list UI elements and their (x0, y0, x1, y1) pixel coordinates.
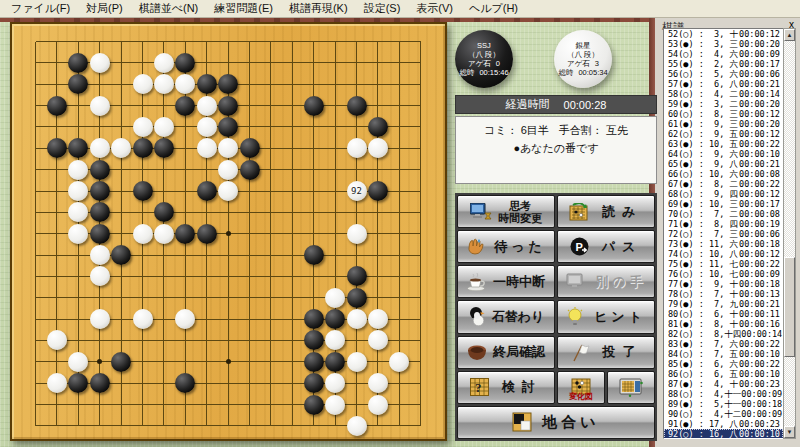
menu-bar: ファイル(F)対局(P)棋譜並べ(N)練習問題(E)棋譜再現(K)設定(S)表示… (0, 0, 800, 18)
white-stone (197, 117, 217, 137)
app-window: ファイル(F)対局(P)棋譜並べ(N)練習問題(E)棋譜再現(K)設定(S)表示… (0, 0, 800, 447)
kifu-move-time: 00:00:18 (739, 279, 780, 289)
kifu-row-92[interactable]: 92(○) : 16, 八00:00:10 (664, 429, 783, 439)
white-stone (347, 352, 367, 372)
lightbulb-icon (566, 307, 584, 326)
alternative-move-label: 別の手 (595, 273, 646, 291)
white-time-label: 総時 (558, 68, 573, 77)
pass-button-label: パス (602, 238, 643, 256)
kifu-row-72[interactable]: 72(○) : 7, 三00:00:06 (664, 229, 783, 239)
kifu-move-text: 64(○) : 9, 六 (668, 149, 738, 159)
kifu-move-text: 67(●) : 8, 二 (668, 179, 738, 189)
coffee-cup-icon (467, 273, 487, 291)
kifu-row-89[interactable]: 89(●) : 5,十一00:00:18 (664, 399, 783, 409)
stone-swap-label: 石替わり (492, 308, 545, 326)
kifu-row-70[interactable]: 70(○) : 7, 二00:00:08 (664, 209, 783, 219)
elapsed-value: 00:00:28 (564, 99, 607, 111)
kifu-row-64[interactable]: 64(○) : 9, 六00:00:10 (664, 149, 783, 159)
kifu-move-time: 00:00:19 (739, 219, 780, 229)
undo-button[interactable]: 待った (457, 230, 555, 263)
kifu-move-text: 55(●) : 2, 六 (668, 59, 738, 69)
menu-item-4[interactable]: 棋譜再現(K) (282, 0, 355, 17)
kifu-move-time: 00:00:10 (739, 369, 780, 379)
resign-button[interactable]: 投了 (557, 336, 655, 369)
kifu-move-time: 00:00:17 (739, 199, 780, 209)
kifu-move-text: 65(●) : 9, 八 (668, 159, 738, 169)
kifu-move-text: 92(○) : 16, 八 (668, 429, 738, 439)
kifu-move-time: 00:00:06 (739, 69, 780, 79)
menu-item-5[interactable]: 設定(S) (357, 0, 408, 17)
kifu-move-text: 71(●) : 8, 四 (668, 219, 738, 229)
black-stone (304, 373, 324, 393)
kifu-move-text: 91(●) : 17, 八 (668, 419, 738, 429)
white-stone (368, 395, 388, 415)
kifu-move-time: 00:00:06 (739, 229, 780, 239)
kifu-row-69[interactable]: 69(●) : 10, 三00:00:17 (664, 199, 783, 209)
stone-swap-button[interactable]: 石替わり (457, 300, 555, 333)
menu-item-1[interactable]: 対局(P) (79, 0, 130, 17)
black-stone (175, 53, 195, 73)
black-stone (90, 181, 110, 201)
scroll-down-icon[interactable]: ▼ (784, 426, 795, 438)
monitor-gray-icon (565, 273, 585, 290)
svg-text:P: P (575, 241, 582, 253)
black-stone (304, 245, 324, 265)
black-stone (197, 181, 217, 201)
white-stone (347, 309, 367, 329)
kifu-move-time: 00:00:10 (739, 149, 780, 159)
white-stone (325, 395, 345, 415)
kifu-row-56[interactable]: 56(○) : 5, 六00:00:06 (664, 69, 783, 79)
black-stone (325, 309, 345, 329)
kifu-move-text: 66(○) : 10, 六 (668, 169, 738, 179)
kifu-row-80[interactable]: 80(○) : 6, 十00:00:11 (664, 309, 783, 319)
white-stone (197, 138, 217, 158)
white-player-rank: （八 段） (567, 50, 599, 59)
kifu-move-time: 00:00:14 (739, 89, 780, 99)
kifu-row-79[interactable]: 79(●) : 7, 九00:00:21 (664, 299, 783, 309)
territory-icon (512, 412, 532, 432)
black-player-rank: （八 段） (468, 50, 500, 59)
hand-icon (466, 238, 484, 256)
kifu-move-time: 00:00:23 (739, 379, 780, 389)
star-point (97, 359, 102, 364)
white-stone (175, 74, 195, 94)
kifu-row-60[interactable]: 60(○) : 8, 三00:00:12 (664, 109, 783, 119)
kifu-row-53[interactable]: 53(●) : 3, 三00:00:20 (664, 39, 783, 49)
monitor-hourglass-icon (470, 203, 492, 221)
kifu-move-text: 80(○) : 6, 十 (668, 309, 738, 319)
white-stone (347, 416, 367, 436)
penguin-stones-icon (468, 307, 486, 326)
think-time-label-2: 時間変更 (498, 212, 542, 224)
kifu-move-text: 59(●) : 3, 二 (668, 99, 738, 109)
kifu-row-54[interactable]: 54(○) : 4, 六00:00:09 (664, 49, 783, 59)
kifu-row-88[interactable]: 88(○) : 4,十一00:00:09 (664, 389, 783, 399)
kifu-row-58[interactable]: 58(○) : 4, 二00:00:14 (664, 89, 783, 99)
kifu-row-59[interactable]: 59(●) : 3, 二00:00:20 (664, 99, 783, 109)
white-stone (154, 117, 174, 137)
white-stone (68, 160, 88, 180)
white-stone (90, 309, 110, 329)
kifu-move-time: 00:00:09 (739, 49, 780, 59)
grid-line (292, 42, 293, 426)
white-stone (47, 330, 67, 350)
kifu-move-text: 74(○) : 10, 八 (668, 249, 738, 259)
white-stone (368, 373, 388, 393)
black-player-name: SSJ (477, 41, 491, 50)
kifu-move-text: 83(●) : 7, 六 (668, 339, 738, 349)
white-stone (389, 352, 409, 372)
kifu-move-text: 62(○) : 9, 五 (668, 129, 738, 139)
pause-button-label: 一時中断 (493, 273, 545, 291)
kifu-move-time: 00:00:21 (739, 299, 780, 309)
grid-line (36, 340, 421, 341)
kifu-row-68[interactable]: 68(○) : 9, 四00:00:12 (664, 189, 783, 199)
handicap-value: 互先 (606, 124, 628, 136)
black-stone (90, 160, 110, 180)
kifu-move-time: 00:00:13 (739, 289, 780, 299)
black-stone (47, 96, 67, 116)
kifu-move-text: 72(○) : 7, 三 (668, 229, 738, 239)
black-stone (240, 160, 260, 180)
alternative-move-button: 別の手 (557, 265, 655, 298)
kifu-move-text: 73(●) : 11, 六 (668, 239, 738, 249)
grid-line (249, 42, 250, 426)
variation-diagram-button[interactable]: 変化図 (557, 371, 605, 404)
end-game-confirm-label: 終局確認 (493, 343, 545, 361)
white-stone (133, 224, 153, 244)
kifu-move-time: 00:00:12 (739, 189, 780, 199)
black-time-value: 00:15:46 (479, 68, 508, 77)
kifu-move-time: 00:00:22 (739, 359, 780, 369)
black-stone (133, 181, 153, 201)
game-info-panel: コミ： 6目半 手合割： 互先 ●あなたの番です (455, 116, 657, 184)
kifu-move-text: 75(●) : 11, 七 (668, 259, 738, 269)
kifu-row-85[interactable]: 85(●) : 6, 六00:00:22 (664, 359, 783, 369)
kifu-move-text: 56(○) : 5, 六 (668, 69, 738, 79)
kifu-row-71[interactable]: 71(●) : 8, 四00:00:19 (664, 219, 783, 229)
white-stone (90, 138, 110, 158)
white-stone (133, 74, 153, 94)
scrollbar-thumb[interactable] (784, 257, 795, 357)
white-stone (218, 160, 238, 180)
kifu-move-text: 89(●) : 5,十一 (668, 399, 741, 409)
white-stone (133, 117, 153, 137)
kifu-move-text: 68(○) : 9, 四 (668, 189, 738, 199)
last-move-number: 92 (351, 186, 362, 196)
kifu-move-time: 00:00:14 (741, 329, 782, 339)
kifu-move-text: 61(●) : 9, 三 (668, 119, 738, 129)
white-captures-label: アゲ石 (567, 59, 590, 68)
kifu-move-time: 00:00:12 (739, 29, 780, 39)
star-point (226, 359, 231, 364)
kifu-move-time: 00:00:12 (739, 249, 780, 259)
white-stone (368, 330, 388, 350)
white-stone (90, 53, 110, 73)
kifu-move-text: 77(●) : 9, 十 (668, 279, 738, 289)
kifu-row-52[interactable]: 52(○) : 3, 十00:00:12 (664, 29, 783, 39)
turn-indicator: ●あなたの番です (456, 141, 656, 156)
white-stone (325, 288, 345, 308)
komi-value: 6目半 (521, 124, 549, 136)
grid-line (270, 42, 271, 426)
kifu-move-time: 00:00:09 (741, 389, 782, 399)
kifu-row-77[interactable]: 77(●) : 9, 十00:00:18 (664, 279, 783, 289)
black-stone (368, 181, 388, 201)
white-stone (175, 309, 195, 329)
go-board[interactable]: 92 (10, 22, 447, 441)
kifu-row-57[interactable]: 57(●) : 6, 八00:00:21 (664, 79, 783, 89)
review-button-label: 検討 (502, 378, 542, 396)
go-bowl-icon (467, 344, 487, 361)
black-stone (154, 138, 174, 158)
kifu-row-78[interactable]: 78(○) : 7, 十00:00:13 (664, 289, 783, 299)
black-stone (197, 74, 217, 94)
white-captures-value: 3 (595, 59, 599, 68)
end-game-confirm-button[interactable]: 終局確認 (457, 336, 555, 369)
grid-line (377, 42, 378, 426)
pause-button[interactable]: 一時中断 (457, 265, 555, 298)
kifu-move-time: 00:00:12 (739, 129, 780, 139)
kifu-row-63[interactable]: 63(●) : 10, 五00:00:22 (664, 139, 783, 149)
svg-text:?: ? (475, 380, 482, 395)
black-stone (347, 288, 367, 308)
kifu-move-text: 90(○) : 4,十二 (668, 409, 741, 419)
white-stone (90, 266, 110, 286)
kifu-row-81[interactable]: 81(●) : 8, 十00:00:16 (664, 319, 783, 329)
kifu-move-time: 00:00:23 (739, 419, 780, 429)
board-window-button[interactable] (607, 371, 655, 404)
kifu-move-time: 00:00:18 (739, 239, 780, 249)
black-stone (304, 309, 324, 329)
kifu-move-time: 00:00:08 (739, 169, 780, 179)
kifu-row-65[interactable]: 65(●) : 9, 八00:00:21 (664, 159, 783, 169)
white-stone (368, 309, 388, 329)
white-stone (154, 53, 174, 73)
kifu-move-time: 00:00:20 (739, 119, 780, 129)
kifu-move-text: 88(○) : 4,十一 (668, 389, 741, 399)
kifu-move-text: 63(●) : 10, 五 (668, 139, 738, 149)
black-stone (68, 373, 88, 393)
hint-button-label: ヒント (594, 308, 646, 326)
kifu-row-91[interactable]: 91(●) : 17, 八00:00:23 (664, 419, 783, 429)
black-stone (90, 202, 110, 222)
black-stone (347, 266, 367, 286)
kifu-move-text: 81(●) : 8, 十 (668, 319, 738, 329)
resign-button-label: 投了 (603, 343, 643, 361)
board-read-icon (569, 203, 589, 221)
kifu-move-time: 00:00:10 (739, 429, 780, 439)
grid-line (36, 404, 421, 405)
white-stone (68, 181, 88, 201)
kifu-move-text: 76(○) : 10, 七 (668, 269, 738, 279)
elapsed-label: 経過時間 (506, 97, 550, 112)
window-monitor-icon (619, 378, 643, 397)
black-stone (304, 395, 324, 415)
star-point (226, 231, 231, 236)
kifu-row-82[interactable]: 82(○) : 8,十四00:00:14 (664, 329, 783, 339)
kifu-row-74[interactable]: 74(○) : 10, 八00:00:12 (664, 249, 783, 259)
menu-item-7[interactable]: ヘルプ(H) (462, 0, 525, 17)
menu-item-0[interactable]: ファイル(F) (4, 0, 77, 17)
black-stone (304, 96, 324, 116)
black-stone (347, 96, 367, 116)
kifu-move-time: 00:00:20 (739, 99, 780, 109)
kifu-move-time: 00:00:16 (739, 319, 780, 329)
white-stone (90, 96, 110, 116)
kifu-move-time: 00:00:22 (739, 259, 780, 269)
kifu-row-84[interactable]: 84(○) : 7, 五00:00:10 (664, 349, 783, 359)
black-captures-label: アゲ石 (468, 59, 491, 68)
territory-estimate-button[interactable]: 地合い (457, 406, 655, 439)
kifu-move-text: 78(○) : 7, 十 (668, 289, 738, 299)
black-stone (111, 352, 131, 372)
menu-item-6[interactable]: 表示(V) (409, 0, 460, 17)
white-time-value: 00:05:34 (578, 68, 607, 77)
kifu-move-time: 00:00:21 (739, 159, 780, 169)
kifu-move-text: 57(●) : 6, 八 (668, 79, 738, 89)
kifu-move-text: 52(○) : 3, 十 (668, 29, 738, 39)
review-button[interactable]: ? 検討 (457, 371, 555, 404)
kifu-row-66[interactable]: 66(○) : 10, 六00:00:08 (664, 169, 783, 179)
kifu-move-time: 00:00:22 (739, 179, 780, 189)
black-stone (175, 224, 195, 244)
black-stone (90, 224, 110, 244)
black-stone (304, 330, 324, 350)
hint-button[interactable]: ヒント (557, 300, 655, 333)
white-stone: 92 (347, 181, 367, 201)
kifu-row-62[interactable]: 62(○) : 9, 五00:00:12 (664, 129, 783, 139)
elapsed-time-bar: 経過時間 00:00:28 (455, 95, 657, 114)
kifu-row-90[interactable]: 90(○) : 4,十二00:00:09 (664, 409, 783, 419)
white-stone (68, 224, 88, 244)
think-time-label-1: 思考 (509, 200, 531, 212)
black-stone (47, 138, 67, 158)
kifu-move-text: 85(●) : 6, 六 (668, 359, 738, 369)
kifu-move-time: 00:00:22 (739, 339, 780, 349)
menu-item-2[interactable]: 棋譜並べ(N) (132, 0, 206, 17)
kifu-move-time: 00:00:17 (739, 59, 780, 69)
white-stone (68, 352, 88, 372)
komi-label: コミ： (484, 124, 518, 136)
white-stone (197, 96, 217, 116)
black-stone (304, 352, 324, 372)
kifu-move-text: 60(○) : 8, 三 (668, 109, 738, 119)
scroll-up-icon[interactable]: ▲ (784, 29, 795, 41)
kifu-move-time: 00:00:18 (741, 399, 782, 409)
white-stone (47, 373, 67, 393)
kifu-move-list[interactable]: 52(○) : 3, 十00:00:1253(●) : 3, 三00:00:20… (663, 28, 783, 439)
kifu-move-text: 53(●) : 3, 三 (668, 39, 738, 49)
kifu-row-61[interactable]: 61(●) : 9, 三00:00:20 (664, 119, 783, 129)
kifu-move-text: 70(○) : 7, 二 (668, 209, 738, 219)
white-stone (154, 74, 174, 94)
black-player-stone: SSJ （八 段） アゲ石0 総時00:15:46 (455, 30, 513, 88)
board-question-icon: ? (470, 378, 489, 396)
handicap-label: 手合割： (559, 124, 603, 136)
black-stone (90, 373, 110, 393)
white-player-stone: 銀星 （八 段） アゲ石3 総時00:05:34 (554, 30, 612, 88)
black-stone (175, 373, 195, 393)
territory-estimate-label: 地合い (542, 413, 599, 432)
white-player-name: 銀星 (576, 41, 591, 50)
black-stone (325, 352, 345, 372)
white-flag-icon (570, 343, 590, 362)
kifu-move-text: 54(○) : 4, 六 (668, 49, 738, 59)
kifu-move-time: 00:00:09 (739, 269, 780, 279)
kifu-row-76[interactable]: 76(○) : 10, 七00:00:09 (664, 269, 783, 279)
kifu-row-86[interactable]: 86(○) : 6, 五00:00:10 (664, 369, 783, 379)
kifu-row-55[interactable]: 55(●) : 2, 六00:00:17 (664, 59, 783, 69)
white-stone (154, 224, 174, 244)
kifu-move-text: 86(○) : 6, 五 (668, 369, 738, 379)
kifu-move-time: 00:00:09 (741, 409, 782, 419)
white-stone (325, 330, 345, 350)
menu-item-3[interactable]: 練習問題(E) (207, 0, 280, 17)
kifu-row-87[interactable]: 87(●) : 4, 十00:00:23 (664, 379, 783, 389)
kifu-row-83[interactable]: 83(●) : 7, 六00:00:22 (664, 339, 783, 349)
white-stone (133, 309, 153, 329)
kifu-scrollbar[interactable]: ▲ ▼ (783, 28, 796, 439)
white-stone (368, 138, 388, 158)
kifu-row-67[interactable]: 67(●) : 8, 二00:00:22 (664, 179, 783, 189)
black-stone (154, 202, 174, 222)
grid-line (420, 42, 421, 426)
variation-diagram-label: 変化図 (558, 391, 604, 402)
kifu-move-text: 69(●) : 10, 三 (668, 199, 738, 209)
black-captures-value: 0 (496, 59, 500, 68)
pass-icon: P (570, 237, 589, 256)
black-stone (68, 138, 88, 158)
white-stone (218, 181, 238, 201)
white-stone (68, 202, 88, 222)
read-button[interactable]: 読み (557, 195, 655, 228)
black-stone (218, 117, 238, 137)
kifu-move-time: 00:00:10 (739, 349, 780, 359)
black-time-label: 総時 (459, 68, 474, 77)
black-stone (197, 224, 217, 244)
kifu-move-text: 87(●) : 4, 十 (668, 379, 738, 389)
black-stone (111, 245, 131, 265)
read-button-label: 読み (602, 203, 642, 221)
kifu-move-text: 79(●) : 7, 九 (668, 299, 738, 309)
black-stone (218, 96, 238, 116)
white-stone (218, 138, 238, 158)
black-stone (218, 74, 238, 94)
black-stone (68, 74, 88, 94)
white-stone (325, 373, 345, 393)
kifu-move-text: 84(○) : 7, 五 (668, 349, 738, 359)
kifu-row-73[interactable]: 73(●) : 11, 六00:00:18 (664, 239, 783, 249)
white-stone (111, 138, 131, 158)
think-time-button[interactable]: 思考時間変更 (457, 195, 555, 228)
kifu-move-text: 58(○) : 4, 二 (668, 89, 738, 99)
pass-button[interactable]: P パス (557, 230, 655, 263)
black-stone (368, 117, 388, 137)
kifu-move-time: 00:00:11 (739, 309, 780, 319)
white-stone (347, 224, 367, 244)
kifu-move-time: 00:00:22 (739, 139, 780, 149)
kifu-move-time: 00:00:20 (739, 39, 780, 49)
white-stone (90, 245, 110, 265)
kifu-row-75[interactable]: 75(●) : 11, 七00:00:22 (664, 259, 783, 269)
black-stone (175, 96, 195, 116)
undo-button-label: 待った (494, 238, 546, 256)
kifu-move-text: 82(○) : 8,十四 (668, 329, 741, 339)
black-stone (240, 138, 260, 158)
kifu-move-time: 00:00:08 (739, 209, 780, 219)
